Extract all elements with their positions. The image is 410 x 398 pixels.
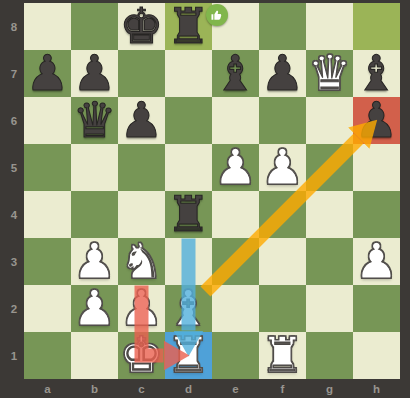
square-c8[interactable]: ♚ — [118, 3, 165, 50]
chess-board[interactable]: ♚♜♟♟♝♟♛♝♛♟♟♟♟♜♟♞♟♟♟♝♚♜♜ — [24, 3, 400, 379]
square-g5[interactable] — [306, 144, 353, 191]
square-f2[interactable] — [259, 285, 306, 332]
piece-black-pawn-h6[interactable]: ♟ — [353, 97, 400, 144]
rank-label-7: 7 — [4, 66, 24, 82]
piece-white-bishop-d2[interactable]: ♝ — [165, 285, 212, 332]
rank-label-5: 5 — [4, 160, 24, 176]
square-f6[interactable] — [259, 97, 306, 144]
square-a3[interactable] — [24, 238, 71, 285]
square-g1[interactable] — [306, 332, 353, 379]
square-e2[interactable] — [212, 285, 259, 332]
piece-black-pawn-b7[interactable]: ♟ — [71, 50, 118, 97]
square-b1[interactable] — [71, 332, 118, 379]
square-c7[interactable] — [118, 50, 165, 97]
piece-white-queen-g7[interactable]: ♛ — [306, 50, 353, 97]
square-e6[interactable] — [212, 97, 259, 144]
square-c6[interactable]: ♟ — [118, 97, 165, 144]
square-b8[interactable] — [71, 3, 118, 50]
square-e1[interactable] — [212, 332, 259, 379]
square-b5[interactable] — [71, 144, 118, 191]
rank-label-8: 8 — [4, 19, 24, 35]
square-e7[interactable]: ♝ — [212, 50, 259, 97]
square-c4[interactable] — [118, 191, 165, 238]
square-f8[interactable] — [259, 3, 306, 50]
square-f3[interactable] — [259, 238, 306, 285]
square-e5[interactable]: ♟ — [212, 144, 259, 191]
square-d2[interactable]: ♝ — [165, 285, 212, 332]
square-c3[interactable]: ♞ — [118, 238, 165, 285]
piece-black-bishop-h7[interactable]: ♝ — [353, 50, 400, 97]
file-label-g: g — [306, 381, 353, 397]
piece-black-rook-d8[interactable]: ♜ — [165, 3, 212, 50]
thumbs-up-icon — [210, 8, 224, 22]
square-h2[interactable] — [353, 285, 400, 332]
piece-black-bishop-e7[interactable]: ♝ — [212, 50, 259, 97]
file-label-e: e — [212, 381, 259, 397]
square-h7[interactable]: ♝ — [353, 50, 400, 97]
square-h3[interactable]: ♟ — [353, 238, 400, 285]
file-label-b: b — [71, 381, 118, 397]
square-h6[interactable]: ♟ — [353, 97, 400, 144]
chess-app-stage: 12345678 abcdefgh ♚♜♟♟♝♟♛♝♛♟♟♟♟♜♟♞♟♟♟♝♚♜… — [0, 0, 410, 398]
piece-white-pawn-e5[interactable]: ♟ — [212, 144, 259, 191]
rank-label-4: 4 — [4, 207, 24, 223]
square-d3[interactable] — [165, 238, 212, 285]
square-d6[interactable] — [165, 97, 212, 144]
square-d5[interactable] — [165, 144, 212, 191]
square-g7[interactable]: ♛ — [306, 50, 353, 97]
piece-white-knight-c3[interactable]: ♞ — [118, 238, 165, 285]
piece-black-pawn-a7[interactable]: ♟ — [24, 50, 71, 97]
piece-white-rook-d1[interactable]: ♜ — [165, 332, 212, 379]
square-b6[interactable]: ♛ — [71, 97, 118, 144]
square-d8[interactable]: ♜ — [165, 3, 212, 50]
square-a5[interactable] — [24, 144, 71, 191]
square-a2[interactable] — [24, 285, 71, 332]
square-c5[interactable] — [118, 144, 165, 191]
move-classification-badge — [206, 4, 228, 26]
square-a6[interactable] — [24, 97, 71, 144]
square-f7[interactable]: ♟ — [259, 50, 306, 97]
square-g8[interactable] — [306, 3, 353, 50]
square-a4[interactable] — [24, 191, 71, 238]
piece-black-king-c8[interactable]: ♚ — [118, 3, 165, 50]
square-e4[interactable] — [212, 191, 259, 238]
square-g2[interactable] — [306, 285, 353, 332]
piece-white-rook-f1[interactable]: ♜ — [259, 332, 306, 379]
file-label-h: h — [353, 381, 400, 397]
square-d4[interactable]: ♜ — [165, 191, 212, 238]
square-b7[interactable]: ♟ — [71, 50, 118, 97]
square-g3[interactable] — [306, 238, 353, 285]
piece-white-pawn-b2[interactable]: ♟ — [71, 285, 118, 332]
square-a8[interactable] — [24, 3, 71, 50]
file-label-a: a — [24, 381, 71, 397]
square-e3[interactable] — [212, 238, 259, 285]
square-a1[interactable] — [24, 332, 71, 379]
square-h8[interactable] — [353, 3, 400, 50]
piece-white-pawn-f5[interactable]: ♟ — [259, 144, 306, 191]
square-b3[interactable]: ♟ — [71, 238, 118, 285]
rank-label-1: 1 — [4, 348, 24, 364]
piece-white-king-c1[interactable]: ♚ — [118, 332, 165, 379]
square-h5[interactable] — [353, 144, 400, 191]
square-h4[interactable] — [353, 191, 400, 238]
piece-white-pawn-c2[interactable]: ♟ — [118, 285, 165, 332]
square-a7[interactable]: ♟ — [24, 50, 71, 97]
piece-black-rook-d4[interactable]: ♜ — [165, 191, 212, 238]
piece-black-pawn-c6[interactable]: ♟ — [118, 97, 165, 144]
square-d1[interactable]: ♜ — [165, 332, 212, 379]
square-f5[interactable]: ♟ — [259, 144, 306, 191]
piece-black-queen-b6[interactable]: ♛ — [71, 97, 118, 144]
piece-white-pawn-b3[interactable]: ♟ — [71, 238, 118, 285]
square-f1[interactable]: ♜ — [259, 332, 306, 379]
square-g6[interactable] — [306, 97, 353, 144]
square-c1[interactable]: ♚ — [118, 332, 165, 379]
square-b2[interactable]: ♟ — [71, 285, 118, 332]
square-b4[interactable] — [71, 191, 118, 238]
rank-label-3: 3 — [4, 254, 24, 270]
square-d7[interactable] — [165, 50, 212, 97]
square-f4[interactable] — [259, 191, 306, 238]
square-g4[interactable] — [306, 191, 353, 238]
square-c2[interactable]: ♟ — [118, 285, 165, 332]
piece-white-pawn-h3[interactable]: ♟ — [353, 238, 400, 285]
piece-black-pawn-f7[interactable]: ♟ — [259, 50, 306, 97]
rank-label-2: 2 — [4, 301, 24, 317]
square-h1[interactable] — [353, 332, 400, 379]
rank-label-6: 6 — [4, 113, 24, 129]
